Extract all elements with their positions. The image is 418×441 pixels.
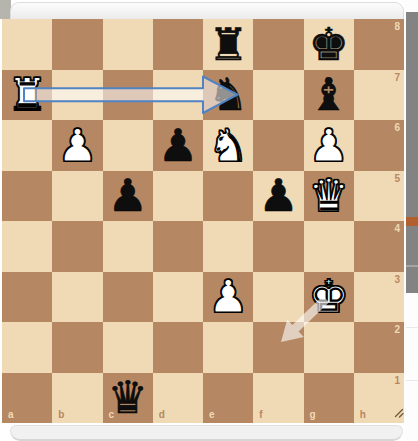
rank-label-1: 1 <box>394 376 400 386</box>
square-h8[interactable]: 8 <box>354 19 404 70</box>
rank-label-5: 5 <box>394 174 400 184</box>
square-c8[interactable] <box>103 19 153 70</box>
square-a3[interactable] <box>2 272 52 323</box>
square-d4[interactable] <box>153 221 203 272</box>
file-label-b: b <box>58 410 64 420</box>
square-g2[interactable] <box>304 322 354 373</box>
piece-white-rook-a7[interactable]: ♜ <box>2 70 52 121</box>
square-h4[interactable]: 4 <box>354 221 404 272</box>
square-c4[interactable] <box>103 221 153 272</box>
piece-black-pawn-d6[interactable]: ♟ <box>153 120 203 171</box>
square-h1[interactable]: 1h <box>354 373 404 424</box>
square-a8[interactable] <box>2 19 52 70</box>
file-label-f: f <box>259 410 262 420</box>
square-c7[interactable] <box>103 70 153 121</box>
square-b1[interactable]: b <box>52 373 102 424</box>
square-e1[interactable]: e <box>203 373 253 424</box>
rank-label-8: 8 <box>394 22 400 32</box>
square-h6[interactable]: 6 <box>354 120 404 171</box>
panel-divider-line <box>406 380 418 381</box>
file-label-a: a <box>8 410 14 420</box>
square-a1[interactable]: a <box>2 373 52 424</box>
rank-label-2: 2 <box>394 325 400 335</box>
square-e5[interactable] <box>203 171 253 222</box>
piece-white-pawn-e3[interactable]: ♟ <box>203 272 253 323</box>
square-d5[interactable] <box>153 171 203 222</box>
square-a5[interactable] <box>2 171 52 222</box>
piece-white-pawn-g6[interactable]: ♟ <box>304 120 354 171</box>
square-d7[interactable] <box>153 70 203 121</box>
piece-white-knight-e6[interactable]: ♞ <box>203 120 253 171</box>
file-label-e: e <box>209 410 215 420</box>
piece-white-pawn-b6[interactable]: ♟ <box>52 120 102 171</box>
piece-black-bishop-g7[interactable]: ♝ <box>304 70 354 121</box>
square-f4[interactable] <box>253 221 303 272</box>
square-e4[interactable] <box>203 221 253 272</box>
bottom-toolbar <box>10 425 403 441</box>
square-b4[interactable] <box>52 221 102 272</box>
square-c6[interactable] <box>103 120 153 171</box>
square-h7[interactable]: 7 <box>354 70 404 121</box>
square-f7[interactable] <box>253 70 303 121</box>
square-b2[interactable] <box>52 322 102 373</box>
square-d3[interactable] <box>153 272 203 323</box>
square-d8[interactable] <box>153 19 203 70</box>
square-b8[interactable] <box>52 19 102 70</box>
square-h3[interactable]: 3 <box>354 272 404 323</box>
rank-label-6: 6 <box>394 123 400 133</box>
top-toolbar <box>10 2 404 19</box>
piece-black-king-g8[interactable]: ♚ <box>304 19 354 70</box>
chess-board[interactable]: 8765432abcdefg1h♜♚♜♞♝♟♟♞♟♟♟♛♟♚♛ <box>2 19 404 423</box>
square-a6[interactable] <box>2 120 52 171</box>
right-scrollbar-track[interactable] <box>404 0 418 441</box>
rank-label-7: 7 <box>394 73 400 83</box>
square-f2[interactable] <box>253 322 303 373</box>
scrollbar-thumb[interactable] <box>406 12 418 293</box>
piece-black-pawn-f5[interactable]: ♟ <box>253 171 303 222</box>
square-f3[interactable] <box>253 272 303 323</box>
square-g4[interactable] <box>304 221 354 272</box>
square-b3[interactable] <box>52 272 102 323</box>
square-c3[interactable] <box>103 272 153 323</box>
square-h2[interactable]: 2 <box>354 322 404 373</box>
square-a2[interactable] <box>2 322 52 373</box>
file-label-h: h <box>360 410 366 420</box>
square-g1[interactable]: g <box>304 373 354 424</box>
piece-black-rook-e8[interactable]: ♜ <box>203 19 253 70</box>
square-d2[interactable] <box>153 322 203 373</box>
file-label-d: d <box>159 410 165 420</box>
rank-label-4: 4 <box>394 224 400 234</box>
square-c2[interactable] <box>103 322 153 373</box>
square-f1[interactable]: f <box>253 373 303 424</box>
square-d1[interactable]: d <box>153 373 203 424</box>
square-b5[interactable] <box>52 171 102 222</box>
file-label-g: g <box>310 410 316 420</box>
scrollbar-orange-marker <box>406 217 418 226</box>
panel-divider-line <box>406 327 418 328</box>
square-e2[interactable] <box>203 322 253 373</box>
piece-black-pawn-c5[interactable]: ♟ <box>103 171 153 222</box>
piece-white-king-g3[interactable]: ♚ <box>304 272 354 323</box>
piece-black-knight-e7[interactable]: ♞ <box>203 70 253 121</box>
square-f8[interactable] <box>253 19 303 70</box>
square-a4[interactable] <box>2 221 52 272</box>
square-f6[interactable] <box>253 120 303 171</box>
rank-label-3: 3 <box>394 275 400 285</box>
scrollbar-thumb-divider <box>406 265 418 267</box>
piece-black-queen-c1[interactable]: ♛ <box>103 373 153 424</box>
piece-white-queen-g5[interactable]: ♛ <box>304 171 354 222</box>
square-h5[interactable]: 5 <box>354 171 404 222</box>
square-b7[interactable] <box>52 70 102 121</box>
